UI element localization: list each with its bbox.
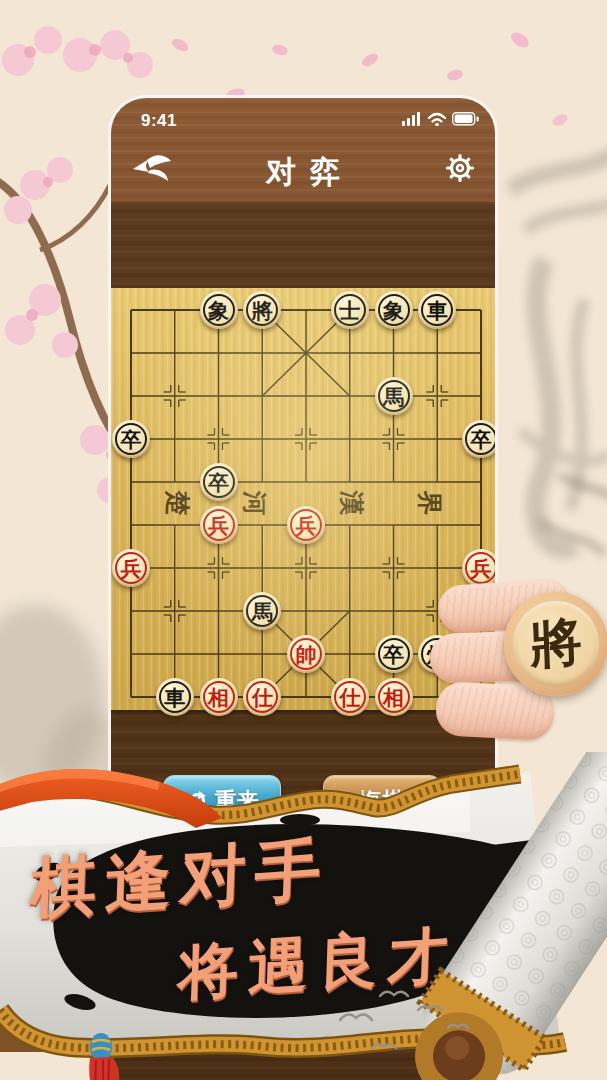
hand-holding-piece: 將 — [430, 576, 607, 762]
xiangqi-piece-black[interactable]: 車 — [418, 291, 456, 329]
xiangqi-piece-red[interactable]: 兵 — [287, 506, 325, 544]
status-time: 9:41 — [141, 111, 177, 131]
gear-icon — [441, 148, 479, 188]
river-character: 河 — [238, 491, 271, 516]
xiangqi-piece-red[interactable]: 仕 — [243, 678, 281, 716]
piece-character: 象 — [383, 300, 404, 321]
piece-character: 馬 — [252, 601, 273, 622]
signal-icon — [402, 112, 422, 126]
piece-character: 仕 — [252, 687, 273, 708]
xiangqi-piece-black[interactable]: 象 — [375, 291, 413, 329]
river-character: 界 — [413, 491, 446, 516]
wifi-icon — [427, 112, 447, 126]
scroll-banner: 棋逢对手 将遇良才 — [0, 752, 607, 1080]
piece-character: 帥 — [296, 644, 317, 665]
xiangqi-piece-black[interactable]: 卒 — [375, 635, 413, 673]
piece-character: 士 — [339, 300, 360, 321]
piece-character: 相 — [208, 687, 229, 708]
xiangqi-piece-black[interactable]: 象 — [200, 291, 238, 329]
xiangqi-piece-black[interactable]: 卒 — [112, 420, 150, 458]
battery-icon — [452, 112, 479, 126]
river-character: 漢 — [335, 491, 368, 516]
piece-character: 相 — [383, 687, 404, 708]
xiangqi-piece-red[interactable]: 仕 — [331, 678, 369, 716]
xiangqi-piece-red[interactable]: 帥 — [287, 635, 325, 673]
xiangqi-piece-black[interactable]: 將 — [243, 291, 281, 329]
xiangqi-piece-red[interactable]: 兵 — [112, 549, 150, 587]
back-button[interactable] — [131, 150, 173, 190]
piece-character: 馬 — [383, 386, 404, 407]
app-bar: 对弈 — [111, 142, 495, 198]
xiangqi-piece-red[interactable]: 兵 — [200, 506, 238, 544]
held-piece-char: 將 — [529, 606, 583, 682]
river-character: 楚 — [161, 491, 194, 516]
piece-character: 象 — [208, 300, 229, 321]
piece-character: 卒 — [471, 429, 492, 450]
status-bar: 9:41 — [111, 108, 495, 134]
xiangqi-piece-black[interactable]: 馬 — [243, 592, 281, 630]
piece-character: 卒 — [208, 472, 229, 493]
piece-character: 將 — [252, 300, 273, 321]
piece-character: 兵 — [296, 515, 317, 536]
xiangqi-piece-black[interactable]: 卒 — [200, 463, 238, 501]
piece-character: 仕 — [339, 687, 360, 708]
xiangqi-piece-red[interactable]: 相 — [375, 678, 413, 716]
piece-character: 兵 — [121, 558, 142, 579]
page-title: 对弈 — [252, 152, 354, 193]
held-general-piece: 將 — [504, 592, 607, 696]
back-bird-icon — [131, 150, 173, 190]
piece-character: 車 — [427, 300, 448, 321]
piece-character: 兵 — [208, 515, 229, 536]
xiangqi-piece-red[interactable]: 相 — [200, 678, 238, 716]
settings-button[interactable] — [441, 148, 479, 188]
piece-character: 卒 — [383, 644, 404, 665]
piece-character: 車 — [164, 687, 185, 708]
xiangqi-piece-black[interactable]: 馬 — [375, 377, 413, 415]
xiangqi-piece-black[interactable]: 卒 — [462, 420, 498, 458]
piece-character: 卒 — [121, 429, 142, 450]
xiangqi-piece-black[interactable]: 車 — [156, 678, 194, 716]
xiangqi-piece-black[interactable]: 士 — [331, 291, 369, 329]
